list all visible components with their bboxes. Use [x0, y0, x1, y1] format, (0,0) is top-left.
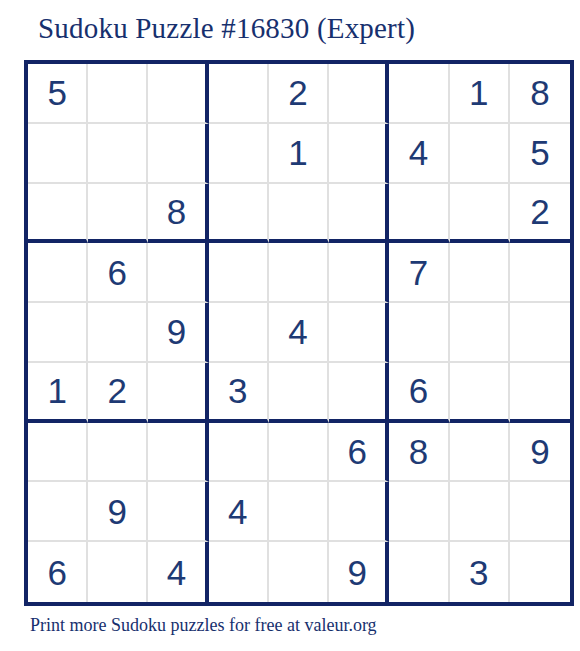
cell-r6c3[interactable]: [148, 363, 208, 423]
cell-r9c6[interactable]: 9: [329, 542, 389, 602]
cell-r5c6[interactable]: [329, 303, 389, 363]
cell-r2c5[interactable]: 1: [269, 124, 329, 184]
cell-r3c2[interactable]: [88, 184, 148, 244]
cell-r3c9[interactable]: 2: [510, 184, 570, 244]
cell-r9c2[interactable]: [88, 542, 148, 602]
footer-text: Print more Sudoku puzzles for free at va…: [30, 615, 377, 636]
cell-r4c3[interactable]: [148, 243, 208, 303]
cell-r9c7[interactable]: [389, 542, 449, 602]
cell-r6c6[interactable]: [329, 363, 389, 423]
cell-r8c2[interactable]: 9: [88, 482, 148, 542]
cell-r2c4[interactable]: [209, 124, 269, 184]
cell-r7c8[interactable]: [450, 423, 510, 483]
cell-r9c3[interactable]: 4: [148, 542, 208, 602]
cell-r8c6[interactable]: [329, 482, 389, 542]
cell-r2c6[interactable]: [329, 124, 389, 184]
cell-r4c6[interactable]: [329, 243, 389, 303]
cell-r4c5[interactable]: [269, 243, 329, 303]
cell-r3c3[interactable]: 8: [148, 184, 208, 244]
cell-r3c1[interactable]: [28, 184, 88, 244]
cell-r1c9[interactable]: 8: [510, 64, 570, 124]
cell-r5c3[interactable]: 9: [148, 303, 208, 363]
cell-r1c8[interactable]: 1: [450, 64, 510, 124]
cell-r5c2[interactable]: [88, 303, 148, 363]
cell-r5c8[interactable]: [450, 303, 510, 363]
cell-r2c8[interactable]: [450, 124, 510, 184]
cell-r5c9[interactable]: [510, 303, 570, 363]
cell-r8c5[interactable]: [269, 482, 329, 542]
cell-r9c8[interactable]: 3: [450, 542, 510, 602]
cell-r3c7[interactable]: [389, 184, 449, 244]
cell-r6c5[interactable]: [269, 363, 329, 423]
cell-r2c3[interactable]: [148, 124, 208, 184]
cell-r4c7[interactable]: 7: [389, 243, 449, 303]
cell-r8c3[interactable]: [148, 482, 208, 542]
cell-r7c1[interactable]: [28, 423, 88, 483]
cell-r4c8[interactable]: [450, 243, 510, 303]
cell-r4c1[interactable]: [28, 243, 88, 303]
cell-r5c5[interactable]: 4: [269, 303, 329, 363]
cell-r3c4[interactable]: [209, 184, 269, 244]
cell-r1c2[interactable]: [88, 64, 148, 124]
cell-r1c7[interactable]: [389, 64, 449, 124]
cell-r6c7[interactable]: 6: [389, 363, 449, 423]
cell-r1c3[interactable]: [148, 64, 208, 124]
sudoku-board: 52181458267941236689946493: [24, 60, 574, 606]
cell-r7c6[interactable]: 6: [329, 423, 389, 483]
cell-r6c8[interactable]: [450, 363, 510, 423]
cell-r7c5[interactable]: [269, 423, 329, 483]
cell-r9c9[interactable]: [510, 542, 570, 602]
cell-r5c1[interactable]: [28, 303, 88, 363]
cell-r2c1[interactable]: [28, 124, 88, 184]
cell-r9c4[interactable]: [209, 542, 269, 602]
cell-r7c7[interactable]: 8: [389, 423, 449, 483]
cell-r3c8[interactable]: [450, 184, 510, 244]
cell-r1c6[interactable]: [329, 64, 389, 124]
cell-r6c4[interactable]: 3: [209, 363, 269, 423]
cell-r2c9[interactable]: 5: [510, 124, 570, 184]
cell-r4c4[interactable]: [209, 243, 269, 303]
cell-r8c4[interactable]: 4: [209, 482, 269, 542]
cell-r1c5[interactable]: 2: [269, 64, 329, 124]
cell-r6c2[interactable]: 2: [88, 363, 148, 423]
cell-r7c2[interactable]: [88, 423, 148, 483]
cell-r7c3[interactable]: [148, 423, 208, 483]
cell-r1c1[interactable]: 5: [28, 64, 88, 124]
cell-r6c9[interactable]: [510, 363, 570, 423]
cell-r8c9[interactable]: [510, 482, 570, 542]
cell-r8c1[interactable]: [28, 482, 88, 542]
cell-r9c5[interactable]: [269, 542, 329, 602]
cell-r9c1[interactable]: 6: [28, 542, 88, 602]
cell-r3c6[interactable]: [329, 184, 389, 244]
cell-r8c8[interactable]: [450, 482, 510, 542]
cell-r6c1[interactable]: 1: [28, 363, 88, 423]
cell-r3c5[interactable]: [269, 184, 329, 244]
cell-r2c2[interactable]: [88, 124, 148, 184]
cell-r7c4[interactable]: [209, 423, 269, 483]
cell-r1c4[interactable]: [209, 64, 269, 124]
page-title: Sudoku Puzzle #16830 (Expert): [38, 12, 415, 45]
cell-r5c4[interactable]: [209, 303, 269, 363]
cell-r4c9[interactable]: [510, 243, 570, 303]
cell-r8c7[interactable]: [389, 482, 449, 542]
cell-r5c7[interactable]: [389, 303, 449, 363]
cell-r4c2[interactable]: 6: [88, 243, 148, 303]
cell-r2c7[interactable]: 4: [389, 124, 449, 184]
cell-r7c9[interactable]: 9: [510, 423, 570, 483]
